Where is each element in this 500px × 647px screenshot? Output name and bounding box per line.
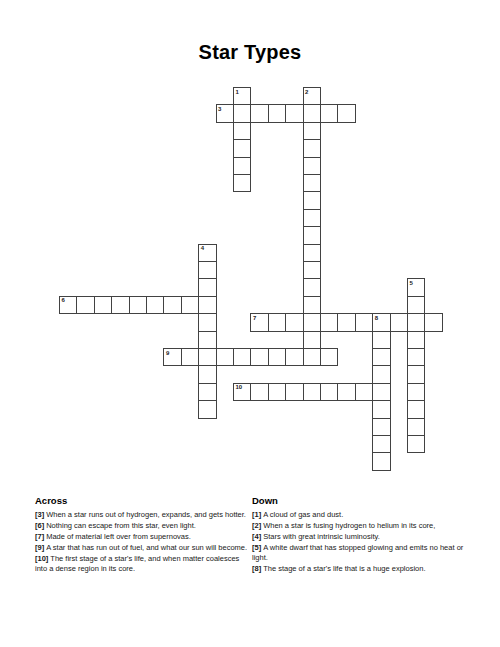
grid-cell[interactable]: [233, 139, 251, 157]
grid-cell[interactable]: [250, 348, 268, 366]
clue-number-label: [9]: [35, 543, 44, 552]
grid-cell[interactable]: [372, 418, 390, 436]
clue-down-8: [8]The stage of a star's life that is a …: [252, 564, 467, 574]
grid-cell[interactable]: [233, 348, 251, 366]
grid-cell[interactable]: [303, 226, 321, 244]
grid-cell[interactable]: [320, 104, 338, 122]
grid-cell[interactable]: [303, 122, 321, 140]
grid-cell[interactable]: [198, 383, 216, 401]
grid-cell[interactable]: [424, 313, 442, 331]
clue-number-label: [10]: [35, 554, 48, 563]
grid-cell[interactable]: [268, 104, 286, 122]
grid-cell[interactable]: [198, 296, 216, 314]
grid-cell[interactable]: 7: [250, 313, 268, 331]
grid-cell[interactable]: [146, 296, 164, 314]
grid-cell[interactable]: [303, 244, 321, 262]
grid-cell[interactable]: [303, 278, 321, 296]
grid-cell[interactable]: 3: [216, 104, 234, 122]
grid-cell[interactable]: [268, 348, 286, 366]
across-header: Across: [35, 495, 248, 506]
clue-lists: Across [3]When a star runs out of hydrog…: [35, 495, 467, 575]
grid-cell[interactable]: [198, 365, 216, 383]
clue-number: 10: [236, 384, 243, 391]
clue-number: 9: [166, 350, 169, 357]
grid-cell[interactable]: [303, 157, 321, 175]
grid-cell[interactable]: [216, 348, 234, 366]
grid-cell[interactable]: 4: [198, 244, 216, 262]
grid-cell[interactable]: [407, 418, 425, 436]
grid-cell[interactable]: 5: [407, 278, 425, 296]
grid-cell[interactable]: [285, 348, 303, 366]
down-clue-list: [1]A cloud of gas and dust.[2]When a sta…: [252, 510, 467, 574]
grid-cell[interactable]: [94, 296, 112, 314]
down-header: Down: [252, 495, 467, 506]
grid-cell[interactable]: [303, 383, 321, 401]
grid-cell[interactable]: [407, 435, 425, 453]
clue-text: Nothing can escape from this star, even …: [46, 521, 196, 530]
grid-cell[interactable]: [233, 157, 251, 175]
clue-text: A star that has run out of fuel, and wha…: [46, 543, 247, 552]
grid-cell[interactable]: [372, 383, 390, 401]
crossword-grid: 12345678910: [59, 87, 443, 471]
grid-cell[interactable]: [198, 313, 216, 331]
grid-cell[interactable]: [303, 261, 321, 279]
puzzle-title: Star Types: [0, 41, 500, 64]
clue-number: 4: [201, 245, 204, 252]
clue-text: A cloud of gas and dust.: [263, 510, 343, 519]
clue-number-label: [4]: [252, 532, 261, 541]
across-clue-section: Across [3]When a star runs out of hydrog…: [35, 495, 248, 575]
clue-down-5: [5]A white dwarf that has stopped glowin…: [252, 543, 467, 563]
clue-number: 1: [236, 89, 239, 96]
grid-cell[interactable]: [198, 261, 216, 279]
grid-cell[interactable]: [372, 400, 390, 418]
grid-cell[interactable]: [337, 104, 355, 122]
grid-cell[interactable]: [407, 331, 425, 349]
grid-cell[interactable]: [181, 348, 199, 366]
clue-across-7: [7]Made of material left over from super…: [35, 532, 248, 542]
grid-cell[interactable]: [390, 313, 408, 331]
grid-cell[interactable]: 8: [372, 313, 390, 331]
grid-cell[interactable]: [285, 383, 303, 401]
grid-cell[interactable]: 6: [59, 296, 77, 314]
grid-cell[interactable]: [233, 122, 251, 140]
grid-cell[interactable]: [407, 365, 425, 383]
grid-cell[interactable]: [181, 296, 199, 314]
grid-cell[interactable]: [320, 383, 338, 401]
grid-cell[interactable]: [250, 383, 268, 401]
grid-cell[interactable]: [372, 365, 390, 383]
grid-cell[interactable]: [111, 296, 129, 314]
grid-cell[interactable]: [372, 331, 390, 349]
clue-number-label: [7]: [35, 532, 44, 541]
grid-cell[interactable]: [355, 313, 373, 331]
clue-text: Stars with great intrinsic luminosity.: [263, 532, 380, 541]
grid-cell[interactable]: [233, 104, 251, 122]
clue-number-label: [1]: [252, 510, 261, 519]
grid-cell[interactable]: [76, 296, 94, 314]
clue-number: 8: [375, 315, 378, 322]
grid-cell[interactable]: [198, 400, 216, 418]
clue-number-label: [8]: [252, 564, 261, 573]
clue-number: 3: [218, 106, 221, 113]
grid-cell[interactable]: 10: [233, 383, 251, 401]
grid-cell[interactable]: [163, 296, 181, 314]
clue-across-10: [10]The first stage of a star's life, an…: [35, 554, 248, 574]
grid-cell[interactable]: [303, 331, 321, 349]
grid-cell[interactable]: [303, 348, 321, 366]
clue-text: The stage of a star's life that is a hug…: [263, 564, 425, 573]
clue-number-label: [5]: [252, 543, 261, 552]
grid-cell[interactable]: [372, 348, 390, 366]
clue-down-2: [2]When a star is fusing hydrogen to hel…: [252, 521, 467, 531]
grid-cell[interactable]: [285, 104, 303, 122]
grid-cell[interactable]: [198, 278, 216, 296]
across-clue-list: [3]When a star runs out of hydrogen, exp…: [35, 510, 248, 574]
clue-across-6: [6]Nothing can escape from this star, ev…: [35, 521, 248, 531]
clue-number: 7: [253, 315, 256, 322]
grid-cell[interactable]: [303, 104, 321, 122]
grid-cell[interactable]: [303, 174, 321, 192]
grid-cell[interactable]: [198, 348, 216, 366]
clue-text: A white dwarf that has stopped glowing a…: [252, 543, 463, 562]
grid-cell[interactable]: 1: [233, 87, 251, 105]
grid-cell[interactable]: [320, 348, 338, 366]
grid-cell[interactable]: [303, 191, 321, 209]
grid-cell[interactable]: [303, 209, 321, 227]
clue-number: 6: [62, 297, 65, 304]
grid-cell[interactable]: [372, 452, 390, 470]
grid-cell[interactable]: [337, 313, 355, 331]
grid-cell[interactable]: [233, 174, 251, 192]
grid-cell[interactable]: [268, 383, 286, 401]
clue-across-3: [3]When a star runs out of hydrogen, exp…: [35, 510, 248, 520]
grid-cell[interactable]: [198, 331, 216, 349]
grid-cell[interactable]: [372, 435, 390, 453]
grid-cell[interactable]: [407, 383, 425, 401]
grid-cell[interactable]: [407, 313, 425, 331]
grid-cell[interactable]: [129, 296, 147, 314]
clue-down-4: [4]Stars with great intrinsic luminosity…: [252, 532, 467, 542]
clue-number-label: [3]: [35, 510, 44, 519]
grid-cell[interactable]: [407, 296, 425, 314]
grid-cell[interactable]: [303, 139, 321, 157]
clue-down-1: [1]A cloud of gas and dust.: [252, 510, 467, 520]
crossword-page: Star Types 12345678910 Across [3]When a …: [0, 0, 500, 647]
grid-cell[interactable]: [250, 104, 268, 122]
clue-number: 5: [410, 280, 413, 287]
grid-cell[interactable]: [337, 383, 355, 401]
clue-text: Made of material left over from supernov…: [46, 532, 191, 541]
grid-cell[interactable]: [303, 313, 321, 331]
grid-cell[interactable]: [268, 313, 286, 331]
grid-cell[interactable]: [320, 313, 338, 331]
grid-cell[interactable]: [407, 400, 425, 418]
clue-text: When a star runs out of hydrogen, expand…: [46, 510, 246, 519]
clue-number-label: [2]: [252, 521, 261, 530]
clue-across-9: [9]A star that has run out of fuel, and …: [35, 543, 248, 553]
down-clue-section: Down [1]A cloud of gas and dust.[2]When …: [252, 495, 467, 575]
clue-number: 2: [305, 89, 308, 96]
clue-text: When a star is fusing hydrogen to helium…: [263, 521, 435, 530]
grid-cell[interactable]: [303, 296, 321, 314]
clue-number-label: [6]: [35, 521, 44, 530]
grid-cell[interactable]: [355, 383, 373, 401]
grid-cell[interactable]: 9: [163, 348, 181, 366]
grid-cell[interactable]: 2: [303, 87, 321, 105]
grid-cell[interactable]: [407, 348, 425, 366]
grid-cell[interactable]: [285, 313, 303, 331]
clue-text: The first stage of a star's life, and wh…: [35, 554, 239, 573]
